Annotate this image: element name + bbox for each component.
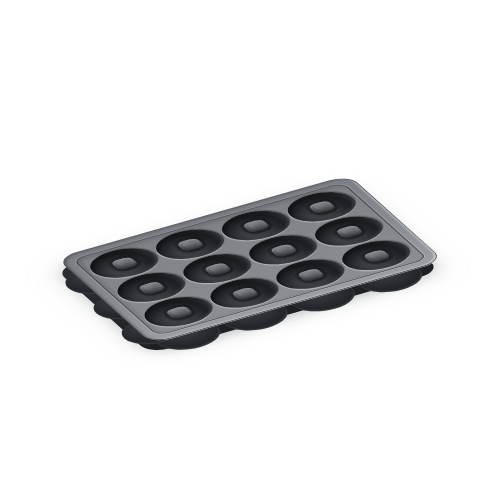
donut-center-post: [203, 262, 232, 276]
donut-center-post: [176, 238, 205, 252]
donut-center-post: [110, 257, 139, 271]
pan-flange-step: [72, 182, 429, 336]
donut-center-post: [137, 281, 166, 295]
cavity-field: [77, 185, 422, 333]
donut-center-post: [230, 287, 259, 301]
donut-center-post: [335, 225, 364, 239]
donut-center-post: [362, 249, 391, 263]
donut-center-post: [296, 268, 325, 282]
donut-center-post: [242, 219, 271, 233]
product-photo-canvas: [0, 0, 500, 500]
donut-center-post: [308, 200, 337, 214]
donut-center-post: [165, 305, 194, 319]
donut-center-post: [269, 243, 298, 257]
